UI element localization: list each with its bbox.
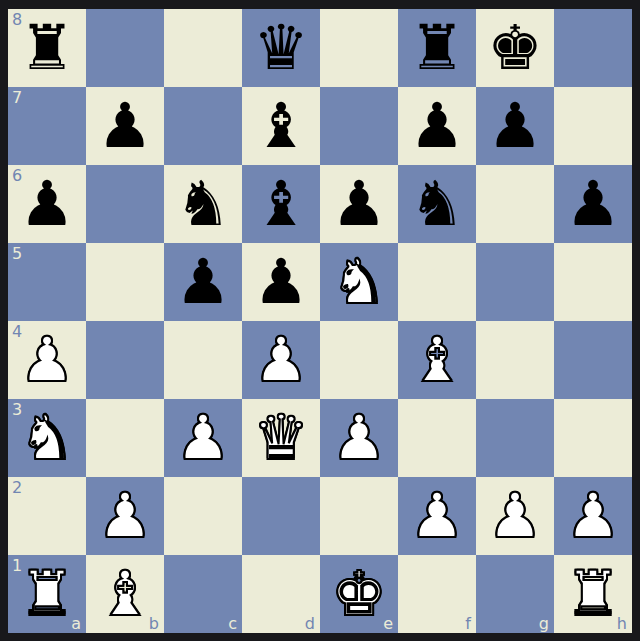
chessboard-frame: 8♜♛♜♚7♟♝♟♟6♟♞♝♟♞♟5♟♟♞4♟♟♝3♞♟♛♟2♟♟♟♟1a♜b♝… xyxy=(0,0,640,641)
file-label-g: g xyxy=(539,614,549,633)
square-h2[interactable]: ♟ xyxy=(554,477,632,555)
square-g3[interactable] xyxy=(476,399,554,477)
square-g6[interactable] xyxy=(476,165,554,243)
chessboard: 8♜♛♜♚7♟♝♟♟6♟♞♝♟♞♟5♟♟♞4♟♟♝3♞♟♛♟2♟♟♟♟1a♜b♝… xyxy=(8,9,632,633)
square-c7[interactable] xyxy=(164,87,242,165)
square-g1[interactable]: g xyxy=(476,555,554,633)
square-f1[interactable]: f xyxy=(398,555,476,633)
piece-black-pawn[interactable]: ♟ xyxy=(97,87,153,165)
square-g2[interactable]: ♟ xyxy=(476,477,554,555)
file-label-f: f xyxy=(465,614,471,633)
square-h8[interactable] xyxy=(554,9,632,87)
piece-black-pawn[interactable]: ♟ xyxy=(331,165,387,243)
square-b3[interactable] xyxy=(86,399,164,477)
square-a8[interactable]: 8♜ xyxy=(8,9,86,87)
square-f3[interactable] xyxy=(398,399,476,477)
square-a2[interactable]: 2 xyxy=(8,477,86,555)
square-a6[interactable]: 6♟ xyxy=(8,165,86,243)
rank-label-2: 2 xyxy=(12,478,22,497)
piece-black-pawn[interactable]: ♟ xyxy=(19,165,75,243)
square-h3[interactable] xyxy=(554,399,632,477)
piece-black-bishop[interactable]: ♝ xyxy=(253,165,309,243)
piece-black-knight[interactable]: ♞ xyxy=(409,165,465,243)
square-e7[interactable] xyxy=(320,87,398,165)
piece-white-pawn[interactable]: ♟ xyxy=(487,477,543,555)
file-label-c: c xyxy=(228,614,237,633)
square-e4[interactable] xyxy=(320,321,398,399)
piece-black-pawn[interactable]: ♟ xyxy=(175,243,231,321)
piece-white-queen[interactable]: ♛ xyxy=(253,399,309,477)
square-d8[interactable]: ♛ xyxy=(242,9,320,87)
square-f4[interactable]: ♝ xyxy=(398,321,476,399)
square-c5[interactable]: ♟ xyxy=(164,243,242,321)
square-g7[interactable]: ♟ xyxy=(476,87,554,165)
square-a1[interactable]: 1a♜ xyxy=(8,555,86,633)
square-g4[interactable] xyxy=(476,321,554,399)
square-c8[interactable] xyxy=(164,9,242,87)
square-h6[interactable]: ♟ xyxy=(554,165,632,243)
square-d2[interactable] xyxy=(242,477,320,555)
piece-white-rook[interactable]: ♜ xyxy=(19,555,75,633)
square-b6[interactable] xyxy=(86,165,164,243)
square-d5[interactable]: ♟ xyxy=(242,243,320,321)
square-c6[interactable]: ♞ xyxy=(164,165,242,243)
square-c1[interactable]: c xyxy=(164,555,242,633)
file-label-d: d xyxy=(305,614,315,633)
square-d1[interactable]: d xyxy=(242,555,320,633)
piece-white-pawn[interactable]: ♟ xyxy=(331,399,387,477)
square-e2[interactable] xyxy=(320,477,398,555)
piece-white-bishop[interactable]: ♝ xyxy=(409,321,465,399)
piece-white-pawn[interactable]: ♟ xyxy=(97,477,153,555)
square-d3[interactable]: ♛ xyxy=(242,399,320,477)
square-b8[interactable] xyxy=(86,9,164,87)
piece-white-king[interactable]: ♚ xyxy=(331,555,387,633)
square-e1[interactable]: e♚ xyxy=(320,555,398,633)
square-b2[interactable]: ♟ xyxy=(86,477,164,555)
square-e5[interactable]: ♞ xyxy=(320,243,398,321)
piece-black-pawn[interactable]: ♟ xyxy=(253,243,309,321)
square-a4[interactable]: 4♟ xyxy=(8,321,86,399)
piece-black-rook[interactable]: ♜ xyxy=(409,9,465,87)
piece-black-pawn[interactable]: ♟ xyxy=(409,87,465,165)
square-d6[interactable]: ♝ xyxy=(242,165,320,243)
square-e8[interactable] xyxy=(320,9,398,87)
square-f6[interactable]: ♞ xyxy=(398,165,476,243)
square-a3[interactable]: 3♞ xyxy=(8,399,86,477)
square-b4[interactable] xyxy=(86,321,164,399)
piece-white-pawn[interactable]: ♟ xyxy=(19,321,75,399)
square-b5[interactable] xyxy=(86,243,164,321)
square-c2[interactable] xyxy=(164,477,242,555)
piece-white-knight[interactable]: ♞ xyxy=(19,399,75,477)
square-h5[interactable] xyxy=(554,243,632,321)
square-d7[interactable]: ♝ xyxy=(242,87,320,165)
piece-white-knight[interactable]: ♞ xyxy=(331,243,387,321)
piece-white-rook[interactable]: ♜ xyxy=(565,555,621,633)
piece-white-pawn[interactable]: ♟ xyxy=(253,321,309,399)
square-d4[interactable]: ♟ xyxy=(242,321,320,399)
piece-white-bishop[interactable]: ♝ xyxy=(97,555,153,633)
square-a7[interactable]: 7 xyxy=(8,87,86,165)
rank-label-7: 7 xyxy=(12,88,22,107)
piece-white-pawn[interactable]: ♟ xyxy=(409,477,465,555)
piece-black-knight[interactable]: ♞ xyxy=(175,165,231,243)
piece-black-pawn[interactable]: ♟ xyxy=(487,87,543,165)
square-e6[interactable]: ♟ xyxy=(320,165,398,243)
piece-black-bishop[interactable]: ♝ xyxy=(253,87,309,165)
square-c3[interactable]: ♟ xyxy=(164,399,242,477)
square-e3[interactable]: ♟ xyxy=(320,399,398,477)
piece-black-rook[interactable]: ♜ xyxy=(19,9,75,87)
square-h4[interactable] xyxy=(554,321,632,399)
rank-label-5: 5 xyxy=(12,244,22,263)
square-f8[interactable]: ♜ xyxy=(398,9,476,87)
piece-white-pawn[interactable]: ♟ xyxy=(565,477,621,555)
piece-black-king[interactable]: ♚ xyxy=(487,9,543,87)
square-h7[interactable] xyxy=(554,87,632,165)
square-f7[interactable]: ♟ xyxy=(398,87,476,165)
piece-black-queen[interactable]: ♛ xyxy=(253,9,309,87)
square-a5[interactable]: 5 xyxy=(8,243,86,321)
square-f2[interactable]: ♟ xyxy=(398,477,476,555)
square-b1[interactable]: b♝ xyxy=(86,555,164,633)
square-b7[interactable]: ♟ xyxy=(86,87,164,165)
square-h1[interactable]: h♜ xyxy=(554,555,632,633)
piece-white-pawn[interactable]: ♟ xyxy=(175,399,231,477)
piece-black-pawn[interactable]: ♟ xyxy=(565,165,621,243)
square-g8[interactable]: ♚ xyxy=(476,9,554,87)
square-g5[interactable] xyxy=(476,243,554,321)
square-f5[interactable] xyxy=(398,243,476,321)
square-c4[interactable] xyxy=(164,321,242,399)
